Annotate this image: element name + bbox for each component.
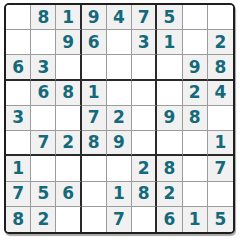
cell-r8c8[interactable] — [183, 182, 208, 207]
cell-r2c8[interactable] — [183, 30, 208, 55]
cell-r1c7[interactable]: 5 — [157, 5, 182, 30]
cell-r9c8[interactable]: 1 — [183, 207, 208, 232]
cell-r8c6[interactable]: 8 — [132, 182, 157, 207]
cell-r3c4[interactable] — [82, 55, 107, 80]
sudoku-board: 8194759631263986812437298728911287756182… — [4, 3, 235, 234]
cell-r4c2[interactable]: 6 — [31, 81, 56, 106]
cell-r3c8[interactable]: 9 — [183, 55, 208, 80]
cell-r5c9[interactable] — [208, 106, 233, 131]
cell-r6c4[interactable]: 8 — [82, 131, 107, 156]
cell-r6c8[interactable] — [183, 131, 208, 156]
cell-r1c6[interactable]: 7 — [132, 5, 157, 30]
cell-r2c1[interactable] — [6, 30, 31, 55]
sudoku-board-wrap: 8194759631263986812437298728911287756182… — [4, 3, 235, 234]
cell-r7c5[interactable] — [107, 156, 132, 181]
cell-r2c4[interactable]: 6 — [82, 30, 107, 55]
cell-r8c1[interactable]: 7 — [6, 182, 31, 207]
cell-r5c6[interactable] — [132, 106, 157, 131]
cell-r9c4[interactable] — [82, 207, 107, 232]
cell-r9c2[interactable]: 2 — [31, 207, 56, 232]
cell-r9c9[interactable]: 5 — [208, 207, 233, 232]
cell-r6c1[interactable] — [6, 131, 31, 156]
cell-r7c2[interactable] — [31, 156, 56, 181]
cell-r4c7[interactable] — [157, 81, 182, 106]
cell-r4c4[interactable]: 1 — [82, 81, 107, 106]
cell-r2c5[interactable] — [107, 30, 132, 55]
cell-r1c4[interactable]: 9 — [82, 5, 107, 30]
cell-r1c9[interactable] — [208, 5, 233, 30]
cell-r8c4[interactable] — [82, 182, 107, 207]
cell-r6c7[interactable] — [157, 131, 182, 156]
cell-r3c2[interactable]: 3 — [31, 55, 56, 80]
cell-r7c4[interactable] — [82, 156, 107, 181]
cell-r6c5[interactable]: 9 — [107, 131, 132, 156]
cell-r4c9[interactable]: 4 — [208, 81, 233, 106]
cell-r9c1[interactable]: 8 — [6, 207, 31, 232]
cell-r9c6[interactable] — [132, 207, 157, 232]
cell-r5c7[interactable]: 9 — [157, 106, 182, 131]
cell-r2c9[interactable]: 2 — [208, 30, 233, 55]
cell-r1c5[interactable]: 4 — [107, 5, 132, 30]
cell-r8c9[interactable] — [208, 182, 233, 207]
cell-r1c8[interactable] — [183, 5, 208, 30]
cell-r5c3[interactable] — [56, 106, 81, 131]
cell-r3c3[interactable] — [56, 55, 81, 80]
cell-r2c7[interactable]: 1 — [157, 30, 182, 55]
cell-r3c7[interactable] — [157, 55, 182, 80]
cell-r5c8[interactable]: 8 — [183, 106, 208, 131]
cell-r3c5[interactable] — [107, 55, 132, 80]
cell-r4c1[interactable] — [6, 81, 31, 106]
cell-r8c2[interactable]: 5 — [31, 182, 56, 207]
cell-r1c3[interactable]: 1 — [56, 5, 81, 30]
cell-r1c1[interactable] — [6, 5, 31, 30]
cell-r4c6[interactable] — [132, 81, 157, 106]
cell-r5c5[interactable]: 2 — [107, 106, 132, 131]
cell-r8c3[interactable]: 6 — [56, 182, 81, 207]
cell-r7c1[interactable]: 1 — [6, 156, 31, 181]
cell-r1c2[interactable]: 8 — [31, 5, 56, 30]
cell-r7c3[interactable] — [56, 156, 81, 181]
cell-r3c9[interactable]: 8 — [208, 55, 233, 80]
cell-r2c6[interactable]: 3 — [132, 30, 157, 55]
cell-r3c1[interactable]: 6 — [6, 55, 31, 80]
cell-r7c6[interactable]: 2 — [132, 156, 157, 181]
cell-r3c6[interactable] — [132, 55, 157, 80]
cell-r9c5[interactable]: 7 — [107, 207, 132, 232]
cell-r7c8[interactable] — [183, 156, 208, 181]
cell-r8c7[interactable]: 2 — [157, 182, 182, 207]
cell-r5c2[interactable] — [31, 106, 56, 131]
cell-r7c9[interactable]: 7 — [208, 156, 233, 181]
cell-r7c7[interactable]: 8 — [157, 156, 182, 181]
cell-r2c3[interactable]: 9 — [56, 30, 81, 55]
cell-r6c9[interactable]: 1 — [208, 131, 233, 156]
cell-r6c6[interactable] — [132, 131, 157, 156]
cell-r9c7[interactable]: 6 — [157, 207, 182, 232]
cell-r6c2[interactable]: 7 — [31, 131, 56, 156]
cell-r4c5[interactable] — [107, 81, 132, 106]
cell-r6c3[interactable]: 2 — [56, 131, 81, 156]
cell-r2c2[interactable] — [31, 30, 56, 55]
cell-r8c5[interactable]: 1 — [107, 182, 132, 207]
cell-r9c3[interactable] — [56, 207, 81, 232]
cell-r4c3[interactable]: 8 — [56, 81, 81, 106]
cell-r4c8[interactable]: 2 — [183, 81, 208, 106]
cell-r5c1[interactable]: 3 — [6, 106, 31, 131]
cell-r5c4[interactable]: 7 — [82, 106, 107, 131]
